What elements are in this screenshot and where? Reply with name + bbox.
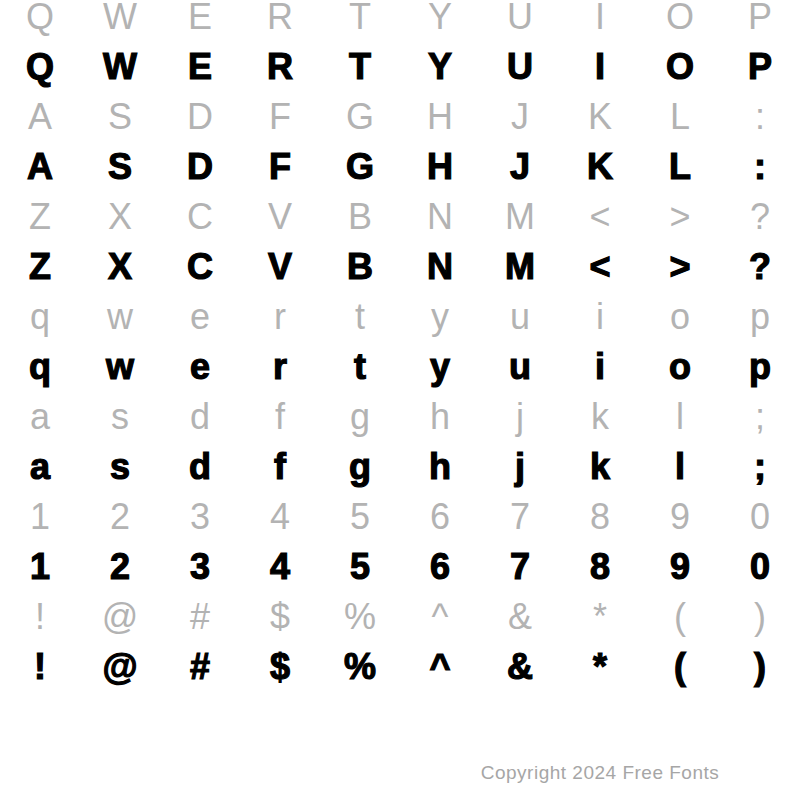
char-cell: P bbox=[720, 0, 800, 42]
char-cell: 4 bbox=[240, 542, 320, 592]
char-cell: g bbox=[320, 392, 400, 442]
char-cell: I bbox=[560, 42, 640, 92]
char-cell: K bbox=[560, 92, 640, 142]
char-cell: p bbox=[720, 342, 800, 392]
char-cell: a bbox=[0, 442, 80, 492]
char-cell: J bbox=[480, 142, 560, 192]
char-cell: o bbox=[640, 292, 720, 342]
char-cell: r bbox=[240, 292, 320, 342]
char-cell: l bbox=[640, 442, 720, 492]
char-cell: 2 bbox=[80, 492, 160, 542]
char-cell: s bbox=[80, 442, 160, 492]
char-cell: S bbox=[80, 92, 160, 142]
char-cell: L bbox=[640, 142, 720, 192]
char-cell: ? bbox=[720, 192, 800, 242]
char-cell: d bbox=[160, 442, 240, 492]
char-cell: 0 bbox=[720, 542, 800, 592]
char-cell: W bbox=[80, 42, 160, 92]
copyright-text: Copyright 2024 Free Fonts bbox=[400, 758, 800, 788]
char-cell: U bbox=[480, 42, 560, 92]
char-cell: ? bbox=[720, 242, 800, 292]
char-cell: Z bbox=[0, 242, 80, 292]
char-cell: 1 bbox=[0, 492, 80, 542]
char-cell: : bbox=[720, 92, 800, 142]
char-row-bold: asdfghjkl; bbox=[0, 442, 800, 492]
char-cell: V bbox=[240, 242, 320, 292]
char-row-bold: 1234567890 bbox=[0, 542, 800, 592]
char-cell: y bbox=[400, 342, 480, 392]
char-cell: ; bbox=[720, 442, 800, 492]
char-cell: q bbox=[0, 292, 80, 342]
char-cell: X bbox=[80, 242, 160, 292]
char-cell: @ bbox=[80, 592, 160, 642]
char-cell: u bbox=[480, 292, 560, 342]
char-cell: ^ bbox=[400, 592, 480, 642]
char-cell: 6 bbox=[400, 542, 480, 592]
char-cell: t bbox=[320, 342, 400, 392]
char-cell: D bbox=[160, 92, 240, 142]
char-cell: I bbox=[560, 0, 640, 42]
char-cell: g bbox=[320, 442, 400, 492]
char-cell: @ bbox=[80, 642, 160, 692]
char-cell: : bbox=[720, 142, 800, 192]
char-cell: $ bbox=[240, 592, 320, 642]
char-cell: t bbox=[320, 292, 400, 342]
char-cell: q bbox=[0, 342, 80, 392]
char-cell: % bbox=[320, 592, 400, 642]
char-cell: 8 bbox=[560, 492, 640, 542]
char-cell: 9 bbox=[640, 492, 720, 542]
char-cell: M bbox=[480, 242, 560, 292]
char-cell: Y bbox=[400, 42, 480, 92]
char-cell: V bbox=[240, 192, 320, 242]
char-cell: w bbox=[80, 292, 160, 342]
char-row-muted: !@#$%^&*() bbox=[0, 592, 800, 642]
char-cell: 5 bbox=[320, 492, 400, 542]
char-cell: 3 bbox=[160, 492, 240, 542]
char-cell: Y bbox=[400, 0, 480, 42]
char-cell: R bbox=[240, 0, 320, 42]
char-row-bold: QWERTYUIOP bbox=[0, 42, 800, 92]
char-row-muted: QWERTYUIOP bbox=[0, 0, 800, 42]
char-cell: N bbox=[400, 192, 480, 242]
char-row-muted: 1234567890 bbox=[0, 492, 800, 542]
char-cell: i bbox=[560, 342, 640, 392]
char-cell: 6 bbox=[400, 492, 480, 542]
char-cell: < bbox=[560, 192, 640, 242]
char-cell: 5 bbox=[320, 542, 400, 592]
char-cell: k bbox=[560, 392, 640, 442]
char-cell: O bbox=[640, 0, 720, 42]
char-cell: e bbox=[160, 292, 240, 342]
char-cell: E bbox=[160, 0, 240, 42]
char-cell: ( bbox=[640, 592, 720, 642]
char-cell: # bbox=[160, 592, 240, 642]
char-cell: p bbox=[720, 292, 800, 342]
char-cell: E bbox=[160, 42, 240, 92]
char-cell: e bbox=[160, 342, 240, 392]
char-cell: 3 bbox=[160, 542, 240, 592]
char-cell: A bbox=[0, 92, 80, 142]
char-cell: G bbox=[320, 142, 400, 192]
char-cell: 2 bbox=[80, 542, 160, 592]
char-row-bold: !@#$%^&*() bbox=[0, 642, 800, 692]
char-cell: H bbox=[400, 92, 480, 142]
char-cell: f bbox=[240, 392, 320, 442]
char-cell: Z bbox=[0, 192, 80, 242]
char-cell: ^ bbox=[400, 642, 480, 692]
char-cell: ; bbox=[720, 392, 800, 442]
char-row-bold: ZXCVBNM<>? bbox=[0, 242, 800, 292]
char-cell: l bbox=[640, 392, 720, 442]
char-cell: T bbox=[320, 42, 400, 92]
char-cell: > bbox=[640, 242, 720, 292]
char-cell: h bbox=[400, 442, 480, 492]
char-cell: ) bbox=[720, 642, 800, 692]
char-cell: R bbox=[240, 42, 320, 92]
char-cell: & bbox=[480, 642, 560, 692]
char-cell: D bbox=[160, 142, 240, 192]
char-cell: H bbox=[400, 142, 480, 192]
char-cell: s bbox=[80, 392, 160, 442]
char-cell: % bbox=[320, 642, 400, 692]
char-cell: y bbox=[400, 292, 480, 342]
char-cell: r bbox=[240, 342, 320, 392]
char-row-muted: ASDFGHJKL: bbox=[0, 92, 800, 142]
char-cell: ! bbox=[0, 642, 80, 692]
char-cell: w bbox=[80, 342, 160, 392]
char-cell: B bbox=[320, 242, 400, 292]
char-cell: d bbox=[160, 392, 240, 442]
char-cell: P bbox=[720, 42, 800, 92]
char-cell: S bbox=[80, 142, 160, 192]
char-cell: u bbox=[480, 342, 560, 392]
font-specimen-sheet: QWERTYUIOPQWERTYUIOPASDFGHJKL:ASDFGHJKL:… bbox=[0, 0, 800, 800]
char-cell: M bbox=[480, 192, 560, 242]
char-cell: 0 bbox=[720, 492, 800, 542]
char-cell: J bbox=[480, 92, 560, 142]
char-cell: * bbox=[560, 642, 640, 692]
char-cell: 7 bbox=[480, 492, 560, 542]
char-cell: W bbox=[80, 0, 160, 42]
char-cell: F bbox=[240, 92, 320, 142]
char-cell: C bbox=[160, 242, 240, 292]
char-cell: O bbox=[640, 42, 720, 92]
char-cell: ( bbox=[640, 642, 720, 692]
char-cell: T bbox=[320, 0, 400, 42]
char-cell: Q bbox=[0, 0, 80, 42]
char-cell: # bbox=[160, 642, 240, 692]
char-row-bold: ASDFGHJKL: bbox=[0, 142, 800, 192]
char-cell: ! bbox=[0, 592, 80, 642]
char-cell: A bbox=[0, 142, 80, 192]
char-cell: & bbox=[480, 592, 560, 642]
char-cell: 7 bbox=[480, 542, 560, 592]
char-cell: < bbox=[560, 242, 640, 292]
char-cell: 9 bbox=[640, 542, 720, 592]
char-row-muted: asdfghjkl; bbox=[0, 392, 800, 442]
char-cell: G bbox=[320, 92, 400, 142]
char-cell: f bbox=[240, 442, 320, 492]
char-cell: > bbox=[640, 192, 720, 242]
char-cell: ) bbox=[720, 592, 800, 642]
char-cell: 8 bbox=[560, 542, 640, 592]
char-cell: Q bbox=[0, 42, 80, 92]
char-cell: L bbox=[640, 92, 720, 142]
char-cell: a bbox=[0, 392, 80, 442]
char-cell: k bbox=[560, 442, 640, 492]
char-cell: j bbox=[480, 392, 560, 442]
char-cell: B bbox=[320, 192, 400, 242]
char-cell: F bbox=[240, 142, 320, 192]
char-row-bold: qwertyuiop bbox=[0, 342, 800, 392]
char-cell: U bbox=[480, 0, 560, 42]
char-cell: N bbox=[400, 242, 480, 292]
char-cell: 4 bbox=[240, 492, 320, 542]
char-row-muted: ZXCVBNM<>? bbox=[0, 192, 800, 242]
char-cell: h bbox=[400, 392, 480, 442]
char-cell: $ bbox=[240, 642, 320, 692]
char-cell: K bbox=[560, 142, 640, 192]
char-cell: i bbox=[560, 292, 640, 342]
char-cell: 1 bbox=[0, 542, 80, 592]
char-grid: QWERTYUIOPQWERTYUIOPASDFGHJKL:ASDFGHJKL:… bbox=[0, 0, 800, 692]
char-cell: o bbox=[640, 342, 720, 392]
char-cell: X bbox=[80, 192, 160, 242]
char-cell: C bbox=[160, 192, 240, 242]
char-cell: j bbox=[480, 442, 560, 492]
char-cell: * bbox=[560, 592, 640, 642]
char-row-muted: qwertyuiop bbox=[0, 292, 800, 342]
